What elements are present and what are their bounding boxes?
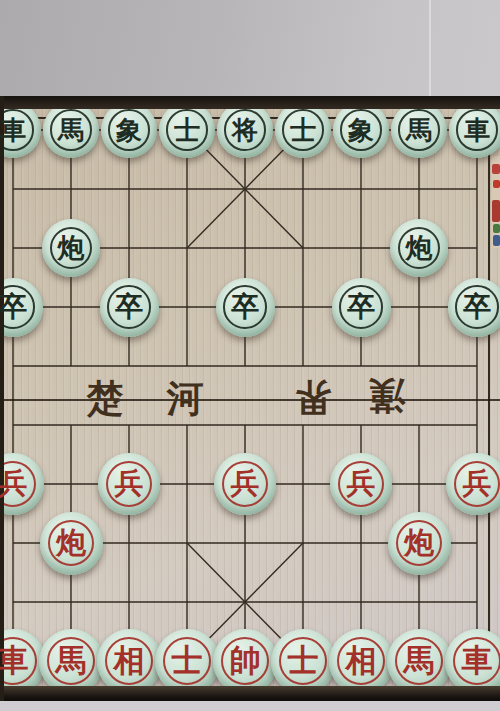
- piece-red-兵[interactable]: 兵: [446, 453, 500, 515]
- piece-black-馬[interactable]: 馬: [391, 102, 447, 158]
- piece-red-兵[interactable]: 兵: [330, 453, 392, 515]
- piece-character: 兵: [463, 464, 492, 504]
- piece-character: 炮: [404, 523, 434, 564]
- piece-character: 卒: [347, 288, 375, 326]
- piece-red-馬[interactable]: 馬: [39, 629, 104, 694]
- wall: [0, 0, 500, 96]
- piece-black-卒[interactable]: 卒: [100, 278, 159, 337]
- piece-black-卒[interactable]: 卒: [448, 278, 500, 337]
- piece-character: 卒: [231, 288, 259, 326]
- piece-character: 車: [0, 640, 29, 682]
- piece-black-車[interactable]: 車: [449, 102, 500, 158]
- river-label-han-rotated: 漢: [365, 374, 409, 418]
- piece-black-卒[interactable]: 卒: [332, 278, 391, 337]
- piece-character: 炮: [406, 230, 433, 266]
- piece-character: 卒: [0, 288, 27, 326]
- piece-character: 馬: [406, 113, 432, 148]
- xiangqi-board[interactable]: 楚 河 漢 界 車馬象士将士象馬車炮炮卒卒卒卒卒兵兵兵兵兵炮炮車馬相士帥士相馬車: [0, 96, 500, 701]
- piece-red-相[interactable]: 相: [97, 629, 162, 694]
- piece-red-相[interactable]: 相: [329, 629, 394, 694]
- river-label-he: 河: [163, 376, 207, 420]
- piece-character: 士: [288, 640, 319, 682]
- piece-character: 馬: [404, 640, 435, 682]
- piece-character: 象: [348, 113, 374, 148]
- piece-red-馬[interactable]: 馬: [387, 629, 452, 694]
- board-frame-top: [0, 96, 500, 109]
- photo-scene: 楚 河 漢 界 車馬象士将士象馬車炮炮卒卒卒卒卒兵兵兵兵兵炮炮車馬相士帥士相馬車: [0, 0, 500, 711]
- sticker-blue-mark-icon: [493, 235, 500, 246]
- piece-red-車[interactable]: 車: [445, 629, 500, 694]
- piece-character: 士: [290, 113, 316, 148]
- piece-character: 車: [462, 640, 493, 682]
- river-label-chu: 楚: [83, 376, 127, 420]
- piece-character: 士: [172, 640, 203, 682]
- piece-character: 卒: [463, 288, 491, 326]
- piece-red-炮[interactable]: 炮: [40, 512, 103, 575]
- piece-character: 相: [114, 640, 145, 682]
- piece-character: 車: [0, 113, 26, 148]
- piece-character: 象: [116, 113, 142, 148]
- piece-black-馬[interactable]: 馬: [43, 102, 99, 158]
- piece-character: 帥: [230, 640, 261, 682]
- piece-character: 兵: [115, 464, 144, 504]
- piece-black-炮[interactable]: 炮: [42, 219, 100, 277]
- piece-character: 相: [346, 640, 377, 682]
- board-frame-bottom: [0, 686, 500, 701]
- sticker-red-mark-icon: [492, 164, 500, 174]
- piece-red-炮[interactable]: 炮: [388, 512, 451, 575]
- sticker-green-mark-icon: [493, 224, 500, 233]
- piece-character: 炮: [58, 230, 85, 266]
- piece-black-将[interactable]: 将: [217, 102, 273, 158]
- river-label-jie-rotated: 界: [291, 376, 335, 420]
- piece-character: 車: [464, 113, 490, 148]
- piece-black-卒[interactable]: 卒: [216, 278, 275, 337]
- board-frame-left: [0, 96, 4, 701]
- piece-character: 兵: [0, 464, 28, 504]
- piece-black-士[interactable]: 士: [159, 102, 215, 158]
- piece-character: 卒: [115, 288, 143, 326]
- floor-strip: [0, 701, 500, 711]
- piece-character: 炮: [56, 523, 86, 564]
- piece-black-象[interactable]: 象: [101, 102, 157, 158]
- piece-red-兵[interactable]: 兵: [98, 453, 160, 515]
- piece-black-士[interactable]: 士: [275, 102, 331, 158]
- piece-red-士[interactable]: 士: [271, 629, 336, 694]
- wall-panel-seam: [429, 0, 431, 96]
- piece-black-炮[interactable]: 炮: [390, 219, 448, 277]
- sticker-red-mark-icon: [492, 200, 500, 222]
- piece-character: 兵: [231, 464, 260, 504]
- piece-red-帥[interactable]: 帥: [213, 629, 278, 694]
- piece-red-士[interactable]: 士: [155, 629, 220, 694]
- sticker-red-mark-icon: [493, 180, 500, 188]
- piece-character: 馬: [56, 640, 87, 682]
- edge-sticker: [492, 156, 500, 248]
- piece-red-兵[interactable]: 兵: [214, 453, 276, 515]
- piece-character: 将: [232, 113, 258, 148]
- piece-character: 士: [174, 113, 200, 148]
- piece-character: 兵: [347, 464, 376, 504]
- board-fold-seam: [0, 399, 500, 401]
- piece-black-象[interactable]: 象: [333, 102, 389, 158]
- piece-character: 馬: [58, 113, 84, 148]
